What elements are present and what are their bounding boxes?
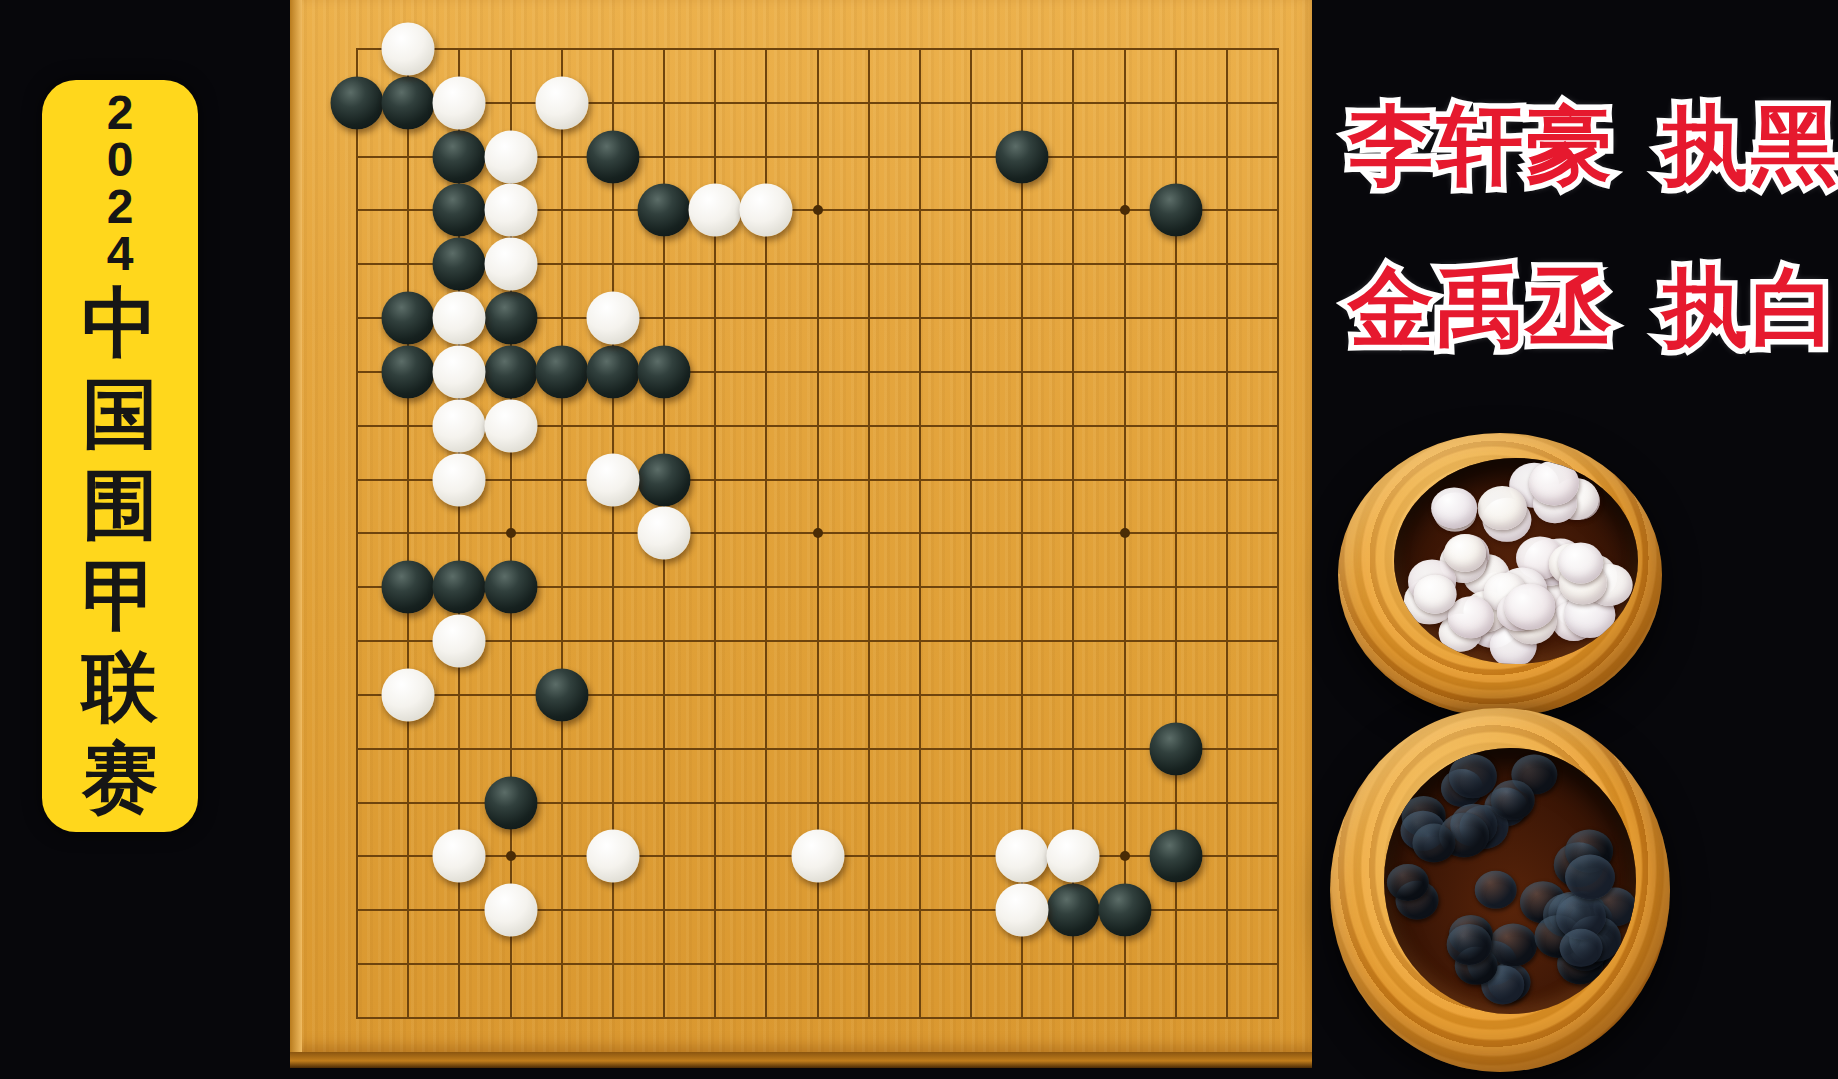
banner-char: 联 bbox=[42, 641, 198, 732]
black-bowl-stone bbox=[1387, 864, 1429, 902]
star-point bbox=[506, 851, 516, 861]
event-banner: 2024中国围甲联赛 bbox=[42, 80, 198, 832]
white-bowl-stone bbox=[1444, 534, 1486, 572]
star-point bbox=[1120, 205, 1130, 215]
white-stone bbox=[791, 830, 844, 883]
white-stone bbox=[433, 615, 486, 668]
black-stone bbox=[638, 184, 691, 237]
white-stone bbox=[433, 76, 486, 129]
banner-char: 国 bbox=[42, 368, 198, 459]
black-stone bbox=[382, 76, 435, 129]
star-point bbox=[1120, 851, 1130, 861]
grid-line-horizontal bbox=[356, 640, 1279, 642]
white-stone bbox=[484, 184, 537, 237]
black-stone bbox=[1149, 722, 1202, 775]
banner-char: 赛 bbox=[42, 732, 198, 823]
white-stone bbox=[433, 399, 486, 452]
black-stone bbox=[1149, 830, 1202, 883]
white-stone bbox=[535, 76, 588, 129]
black-stone bbox=[638, 345, 691, 398]
go-board bbox=[290, 0, 1312, 1052]
white-stone bbox=[484, 884, 537, 937]
white-bowl-stone bbox=[1414, 575, 1457, 614]
white-stone bbox=[433, 830, 486, 883]
banner-char: 围 bbox=[42, 459, 198, 550]
white-stone bbox=[586, 830, 639, 883]
white-stone bbox=[996, 884, 1049, 937]
black-stone bbox=[433, 130, 486, 183]
white-stone bbox=[484, 130, 537, 183]
black-bowl-opening bbox=[1384, 748, 1636, 1014]
black-stone bbox=[1149, 184, 1202, 237]
black-stone bbox=[586, 130, 639, 183]
black-stone bbox=[484, 776, 537, 829]
black-stone bbox=[484, 561, 537, 614]
board-left-bevel bbox=[290, 0, 302, 1052]
white-stone bbox=[433, 345, 486, 398]
player-black-caption: 李轩豪 执黑 李轩豪 执黑 bbox=[1348, 88, 1838, 205]
grid-line-horizontal bbox=[356, 748, 1279, 750]
caption-text: 金禹丞 执白 bbox=[1348, 259, 1838, 355]
black-stone bbox=[382, 292, 435, 345]
black-stone bbox=[535, 668, 588, 721]
grid-line-horizontal bbox=[356, 694, 1279, 696]
white-stone bbox=[638, 507, 691, 560]
grid-line-vertical bbox=[919, 49, 921, 1018]
player-white-caption: 金禹丞 执白 金禹丞 执白 bbox=[1348, 250, 1838, 367]
grid-line-vertical bbox=[1226, 49, 1228, 1018]
black-stone bbox=[996, 130, 1049, 183]
black-stone bbox=[535, 345, 588, 398]
black-stone bbox=[433, 238, 486, 291]
black-stone bbox=[484, 292, 537, 345]
black-bowl-stone bbox=[1565, 854, 1615, 899]
black-bowl-stone bbox=[1449, 755, 1497, 798]
white-stone bbox=[689, 184, 742, 237]
white-stone bbox=[740, 184, 793, 237]
black-bowl-stone bbox=[1413, 823, 1456, 862]
black-bowl-stone bbox=[1560, 928, 1603, 967]
white-stone bbox=[1047, 830, 1100, 883]
white-stone bbox=[484, 238, 537, 291]
black-stone bbox=[382, 561, 435, 614]
black-bowl-stone bbox=[1491, 780, 1535, 820]
caption-text: 李轩豪 执黑 bbox=[1348, 97, 1838, 193]
star-point bbox=[813, 528, 823, 538]
star-point bbox=[1120, 528, 1130, 538]
black-bowl-stone bbox=[1474, 870, 1517, 908]
black-bowl-stone bbox=[1447, 924, 1492, 964]
white-stone bbox=[586, 453, 639, 506]
banner-char: 4 bbox=[42, 230, 198, 277]
black-stone bbox=[1098, 884, 1151, 937]
black-stone bbox=[638, 453, 691, 506]
black-stone bbox=[433, 184, 486, 237]
white-bowl-opening bbox=[1394, 458, 1638, 664]
white-stone bbox=[586, 292, 639, 345]
board-bottom-bevel bbox=[290, 1052, 1312, 1068]
black-stone bbox=[331, 76, 384, 129]
banner-char: 0 bbox=[42, 136, 198, 183]
banner-char: 甲 bbox=[42, 550, 198, 641]
grid-line-vertical bbox=[868, 49, 870, 1018]
white-stone bbox=[996, 830, 1049, 883]
white-stone bbox=[433, 453, 486, 506]
black-stone bbox=[382, 345, 435, 398]
grid-line-horizontal bbox=[356, 1017, 1279, 1019]
grid-line-horizontal bbox=[356, 963, 1279, 965]
black-stone bbox=[586, 345, 639, 398]
black-stone bbox=[484, 345, 537, 398]
banner-char: 2 bbox=[42, 89, 198, 136]
grid-line-vertical bbox=[1277, 49, 1279, 1018]
white-stone bbox=[382, 668, 435, 721]
star-point bbox=[813, 205, 823, 215]
black-stone bbox=[433, 561, 486, 614]
white-stone bbox=[382, 23, 435, 76]
grid-line-vertical bbox=[970, 49, 972, 1018]
banner-char: 2 bbox=[42, 183, 198, 230]
banner-char: 中 bbox=[42, 277, 198, 368]
white-bowl-stone bbox=[1431, 488, 1477, 529]
scene: 2024中国围甲联赛 李轩豪 执黑 李轩豪 执黑 金禹丞 执白 金禹丞 执白 bbox=[0, 0, 1838, 1079]
white-stone bbox=[433, 292, 486, 345]
star-point bbox=[506, 528, 516, 538]
white-stone bbox=[484, 399, 537, 452]
white-bowl-stone bbox=[1558, 543, 1604, 584]
white-bowl-stone bbox=[1478, 486, 1527, 530]
black-stone bbox=[1047, 884, 1100, 937]
